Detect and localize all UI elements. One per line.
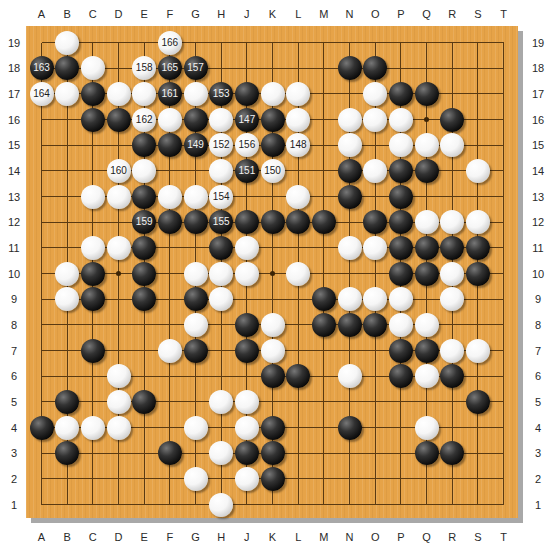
coord-label-top-R: R bbox=[441, 7, 463, 21]
coord-label-right-3: 3 bbox=[527, 446, 549, 460]
black-stone-F3[interactable] bbox=[158, 441, 182, 465]
white-stone-H9[interactable] bbox=[209, 287, 233, 311]
move-number-label: 163 bbox=[33, 63, 50, 73]
black-stone-H17[interactable]: 153 bbox=[209, 82, 233, 106]
coord-label-left-17: 17 bbox=[3, 87, 25, 101]
coord-label-right-18: 18 bbox=[527, 61, 549, 75]
black-stone-N13[interactable] bbox=[338, 185, 362, 209]
black-stone-L6[interactable] bbox=[286, 364, 310, 388]
black-stone-J3[interactable] bbox=[235, 441, 259, 465]
star-point bbox=[116, 271, 121, 276]
white-stone-A17[interactable]: 164 bbox=[30, 82, 54, 106]
coord-label-bottom-H: H bbox=[210, 530, 232, 544]
white-stone-G17[interactable] bbox=[184, 82, 208, 106]
white-stone-L13[interactable] bbox=[286, 185, 310, 209]
coord-label-right-16: 16 bbox=[527, 113, 549, 127]
coord-label-right-14: 14 bbox=[527, 164, 549, 178]
coord-label-bottom-D: D bbox=[108, 530, 130, 544]
white-stone-B9[interactable] bbox=[55, 287, 79, 311]
black-stone-K6[interactable] bbox=[261, 364, 285, 388]
white-stone-D14[interactable]: 160 bbox=[107, 159, 131, 183]
black-stone-Q11[interactable] bbox=[415, 236, 439, 260]
grid-line-vertical bbox=[503, 43, 504, 505]
white-stone-F7[interactable] bbox=[158, 339, 182, 363]
white-stone-C4[interactable] bbox=[81, 416, 105, 440]
black-stone-P11[interactable] bbox=[389, 236, 413, 260]
coord-label-top-H: H bbox=[210, 7, 232, 21]
black-stone-D16[interactable] bbox=[107, 108, 131, 132]
black-stone-R6[interactable] bbox=[440, 364, 464, 388]
grid-line-horizontal bbox=[42, 299, 504, 300]
white-stone-P8[interactable] bbox=[389, 313, 413, 337]
black-stone-J16[interactable]: 147 bbox=[235, 108, 259, 132]
grid-line-horizontal bbox=[42, 504, 504, 505]
move-number-label: 164 bbox=[33, 89, 50, 99]
coord-label-bottom-F: F bbox=[159, 530, 181, 544]
white-stone-Q8[interactable] bbox=[415, 313, 439, 337]
white-stone-S14[interactable] bbox=[466, 159, 490, 183]
coord-label-bottom-B: B bbox=[56, 530, 78, 544]
coord-label-right-13: 13 bbox=[527, 190, 549, 204]
black-stone-M12[interactable] bbox=[312, 210, 336, 234]
white-stone-E14[interactable] bbox=[132, 159, 156, 183]
black-stone-M8[interactable] bbox=[312, 313, 336, 337]
move-number-label: 150 bbox=[264, 166, 281, 176]
white-stone-H13[interactable]: 154 bbox=[209, 185, 233, 209]
black-stone-K15[interactable] bbox=[261, 133, 285, 157]
coord-label-left-4: 4 bbox=[3, 421, 25, 435]
white-stone-J10[interactable] bbox=[235, 262, 259, 286]
black-stone-B5[interactable] bbox=[55, 390, 79, 414]
coord-label-top-J: J bbox=[236, 7, 258, 21]
coord-label-left-18: 18 bbox=[3, 61, 25, 75]
coord-label-right-19: 19 bbox=[527, 36, 549, 50]
coord-label-bottom-N: N bbox=[339, 530, 361, 544]
coord-label-top-Q: Q bbox=[416, 7, 438, 21]
white-stone-N9[interactable] bbox=[338, 287, 362, 311]
black-stone-G9[interactable] bbox=[184, 287, 208, 311]
black-stone-J8[interactable] bbox=[235, 313, 259, 337]
coord-label-top-N: N bbox=[339, 7, 361, 21]
black-stone-R11[interactable] bbox=[440, 236, 464, 260]
white-stone-R10[interactable] bbox=[440, 262, 464, 286]
coord-label-right-11: 11 bbox=[527, 241, 549, 255]
coord-label-top-T: T bbox=[493, 7, 515, 21]
coord-label-left-15: 15 bbox=[3, 138, 25, 152]
move-number-label: 149 bbox=[187, 140, 204, 150]
coord-label-right-7: 7 bbox=[527, 344, 549, 358]
white-stone-D11[interactable] bbox=[107, 236, 131, 260]
coord-label-top-M: M bbox=[313, 7, 335, 21]
white-stone-J11[interactable] bbox=[235, 236, 259, 260]
coord-label-top-S: S bbox=[467, 7, 489, 21]
move-number-label: 160 bbox=[110, 166, 127, 176]
black-stone-O12[interactable] bbox=[363, 210, 387, 234]
white-stone-C18[interactable] bbox=[81, 56, 105, 80]
white-stone-F16[interactable] bbox=[158, 108, 182, 132]
black-stone-L12[interactable] bbox=[286, 210, 310, 234]
black-stone-H11[interactable] bbox=[209, 236, 233, 260]
coord-label-left-19: 19 bbox=[3, 36, 25, 50]
coord-label-left-6: 6 bbox=[3, 369, 25, 383]
black-stone-Q14[interactable] bbox=[415, 159, 439, 183]
white-stone-K17[interactable] bbox=[261, 82, 285, 106]
white-stone-P9[interactable] bbox=[389, 287, 413, 311]
white-stone-D4[interactable] bbox=[107, 416, 131, 440]
black-stone-C17[interactable] bbox=[81, 82, 105, 106]
white-stone-O9[interactable] bbox=[363, 287, 387, 311]
move-number-label: 166 bbox=[162, 38, 179, 48]
white-stone-O11[interactable] bbox=[363, 236, 387, 260]
coord-label-top-L: L bbox=[287, 7, 309, 21]
black-stone-K16[interactable] bbox=[261, 108, 285, 132]
white-stone-Q4[interactable] bbox=[415, 416, 439, 440]
white-stone-N16[interactable] bbox=[338, 108, 362, 132]
white-stone-P15[interactable] bbox=[389, 133, 413, 157]
white-stone-K8[interactable] bbox=[261, 313, 285, 337]
white-stone-E16[interactable]: 162 bbox=[132, 108, 156, 132]
coord-label-right-5: 5 bbox=[527, 395, 549, 409]
black-stone-P12[interactable] bbox=[389, 210, 413, 234]
white-stone-D17[interactable] bbox=[107, 82, 131, 106]
white-stone-G13[interactable] bbox=[184, 185, 208, 209]
black-stone-J7[interactable] bbox=[235, 339, 259, 363]
white-stone-B17[interactable] bbox=[55, 82, 79, 106]
black-stone-E12[interactable]: 159 bbox=[132, 210, 156, 234]
white-stone-R9[interactable] bbox=[440, 287, 464, 311]
black-stone-F15[interactable] bbox=[158, 133, 182, 157]
black-stone-E9[interactable] bbox=[132, 287, 156, 311]
white-stone-Q6[interactable] bbox=[415, 364, 439, 388]
white-stone-B19[interactable] bbox=[55, 31, 79, 55]
white-stone-H3[interactable] bbox=[209, 441, 233, 465]
coord-label-bottom-T: T bbox=[493, 530, 515, 544]
black-stone-E15[interactable] bbox=[132, 133, 156, 157]
coord-label-right-15: 15 bbox=[527, 138, 549, 152]
coord-label-bottom-C: C bbox=[82, 530, 104, 544]
black-stone-P13[interactable] bbox=[389, 185, 413, 209]
black-stone-B18[interactable] bbox=[55, 56, 79, 80]
coord-label-top-B: B bbox=[56, 7, 78, 21]
black-stone-C9[interactable] bbox=[81, 287, 105, 311]
coord-label-left-7: 7 bbox=[3, 344, 25, 358]
white-stone-Q12[interactable] bbox=[415, 210, 439, 234]
coord-label-bottom-R: R bbox=[441, 530, 463, 544]
white-stone-O17[interactable] bbox=[363, 82, 387, 106]
black-stone-S11[interactable] bbox=[466, 236, 490, 260]
black-stone-E5[interactable] bbox=[132, 390, 156, 414]
move-number-label: 153 bbox=[213, 89, 230, 99]
white-stone-G2[interactable] bbox=[184, 467, 208, 491]
coord-label-top-A: A bbox=[31, 7, 53, 21]
go-board[interactable]: 1661631581651571641611531621471491521561… bbox=[26, 26, 518, 518]
white-stone-J15[interactable]: 156 bbox=[235, 133, 259, 157]
move-number-label: 148 bbox=[290, 140, 307, 150]
move-number-label: 165 bbox=[162, 63, 179, 73]
white-stone-C11[interactable] bbox=[81, 236, 105, 260]
black-stone-S5[interactable] bbox=[466, 390, 490, 414]
white-stone-G4[interactable] bbox=[184, 416, 208, 440]
black-stone-G15[interactable]: 149 bbox=[184, 133, 208, 157]
black-stone-C7[interactable] bbox=[81, 339, 105, 363]
black-stone-B3[interactable] bbox=[55, 441, 79, 465]
coord-label-right-10: 10 bbox=[527, 267, 549, 281]
white-stone-Q15[interactable] bbox=[415, 133, 439, 157]
white-stone-H15[interactable]: 152 bbox=[209, 133, 233, 157]
black-stone-J14[interactable]: 151 bbox=[235, 159, 259, 183]
black-stone-N18[interactable] bbox=[338, 56, 362, 80]
white-stone-E17[interactable] bbox=[132, 82, 156, 106]
black-stone-F18[interactable]: 165 bbox=[158, 56, 182, 80]
coord-label-right-9: 9 bbox=[527, 292, 549, 306]
grid-line-vertical bbox=[323, 43, 324, 505]
coord-label-left-9: 9 bbox=[3, 292, 25, 306]
coord-label-bottom-A: A bbox=[31, 530, 53, 544]
black-stone-C10[interactable] bbox=[81, 262, 105, 286]
move-number-label: 161 bbox=[162, 89, 179, 99]
black-stone-P10[interactable] bbox=[389, 262, 413, 286]
coord-label-bottom-O: O bbox=[364, 530, 386, 544]
move-number-label: 156 bbox=[239, 140, 256, 150]
white-stone-N6[interactable] bbox=[338, 364, 362, 388]
white-stone-R15[interactable] bbox=[440, 133, 464, 157]
coord-label-left-10: 10 bbox=[3, 267, 25, 281]
move-number-label: 159 bbox=[136, 217, 153, 227]
black-stone-Q10[interactable] bbox=[415, 262, 439, 286]
white-stone-D6[interactable] bbox=[107, 364, 131, 388]
black-stone-G18[interactable]: 157 bbox=[184, 56, 208, 80]
white-stone-B4[interactable] bbox=[55, 416, 79, 440]
coord-label-bottom-G: G bbox=[185, 530, 207, 544]
white-stone-J2[interactable] bbox=[235, 467, 259, 491]
black-stone-F12[interactable] bbox=[158, 210, 182, 234]
coord-label-top-F: F bbox=[159, 7, 181, 21]
white-stone-L16[interactable] bbox=[286, 108, 310, 132]
coord-label-bottom-L: L bbox=[287, 530, 309, 544]
black-stone-P17[interactable] bbox=[389, 82, 413, 106]
coord-label-top-D: D bbox=[108, 7, 130, 21]
coord-label-bottom-K: K bbox=[262, 530, 284, 544]
black-stone-G16[interactable] bbox=[184, 108, 208, 132]
coord-label-top-E: E bbox=[133, 7, 155, 21]
black-stone-K2[interactable] bbox=[261, 467, 285, 491]
black-stone-N4[interactable] bbox=[338, 416, 362, 440]
black-stone-G7[interactable] bbox=[184, 339, 208, 363]
move-number-label: 154 bbox=[213, 192, 230, 202]
black-stone-O8[interactable] bbox=[363, 313, 387, 337]
coord-label-left-1: 1 bbox=[3, 498, 25, 512]
black-stone-R16[interactable] bbox=[440, 108, 464, 132]
white-stone-F19[interactable]: 166 bbox=[158, 31, 182, 55]
white-stone-G10[interactable] bbox=[184, 262, 208, 286]
black-stone-P6[interactable] bbox=[389, 364, 413, 388]
move-number-label: 155 bbox=[213, 217, 230, 227]
coord-label-left-2: 2 bbox=[3, 472, 25, 486]
black-stone-P7[interactable] bbox=[389, 339, 413, 363]
coord-label-right-12: 12 bbox=[527, 215, 549, 229]
coord-label-right-1: 1 bbox=[527, 498, 549, 512]
go-game-screenshot: 1661631581651571641611531621471491521561… bbox=[0, 0, 550, 550]
white-stone-K7[interactable] bbox=[261, 339, 285, 363]
white-stone-F13[interactable] bbox=[158, 185, 182, 209]
star-point bbox=[424, 117, 429, 122]
coord-label-left-12: 12 bbox=[3, 215, 25, 229]
white-stone-N15[interactable] bbox=[338, 133, 362, 157]
black-stone-Q7[interactable] bbox=[415, 339, 439, 363]
white-stone-L15[interactable]: 148 bbox=[286, 133, 310, 157]
coord-label-right-8: 8 bbox=[527, 318, 549, 332]
black-stone-A4[interactable] bbox=[30, 416, 54, 440]
coord-label-top-O: O bbox=[364, 7, 386, 21]
black-stone-K12[interactable] bbox=[261, 210, 285, 234]
black-stone-F17[interactable]: 161 bbox=[158, 82, 182, 106]
coord-label-bottom-M: M bbox=[313, 530, 335, 544]
white-stone-S7[interactable] bbox=[466, 339, 490, 363]
coord-label-bottom-S: S bbox=[467, 530, 489, 544]
black-stone-S10[interactable] bbox=[466, 262, 490, 286]
white-stone-H16[interactable] bbox=[209, 108, 233, 132]
coord-label-left-16: 16 bbox=[3, 113, 25, 127]
white-stone-D5[interactable] bbox=[107, 390, 131, 414]
coord-label-right-4: 4 bbox=[527, 421, 549, 435]
black-stone-N8[interactable] bbox=[338, 313, 362, 337]
white-stone-L17[interactable] bbox=[286, 82, 310, 106]
white-stone-N11[interactable] bbox=[338, 236, 362, 260]
white-stone-J5[interactable] bbox=[235, 390, 259, 414]
move-number-label: 152 bbox=[213, 140, 230, 150]
black-stone-Q3[interactable] bbox=[415, 441, 439, 465]
black-stone-M9[interactable] bbox=[312, 287, 336, 311]
white-stone-K14[interactable]: 150 bbox=[261, 159, 285, 183]
white-stone-D13[interactable] bbox=[107, 185, 131, 209]
white-stone-L10[interactable] bbox=[286, 262, 310, 286]
black-stone-P14[interactable] bbox=[389, 159, 413, 183]
white-stone-H5[interactable] bbox=[209, 390, 233, 414]
black-stone-A18[interactable]: 163 bbox=[30, 56, 54, 80]
move-number-label: 162 bbox=[136, 115, 153, 125]
coord-label-top-P: P bbox=[390, 7, 412, 21]
black-stone-R3[interactable] bbox=[440, 441, 464, 465]
black-stone-E11[interactable] bbox=[132, 236, 156, 260]
white-stone-C13[interactable] bbox=[81, 185, 105, 209]
black-stone-H12[interactable]: 155 bbox=[209, 210, 233, 234]
black-stone-O18[interactable] bbox=[363, 56, 387, 80]
black-stone-G12[interactable] bbox=[184, 210, 208, 234]
coord-label-bottom-P: P bbox=[390, 530, 412, 544]
white-stone-H14[interactable] bbox=[209, 159, 233, 183]
coord-label-left-3: 3 bbox=[3, 446, 25, 460]
coord-label-left-8: 8 bbox=[3, 318, 25, 332]
coord-label-left-13: 13 bbox=[3, 190, 25, 204]
coord-label-left-14: 14 bbox=[3, 164, 25, 178]
coord-label-top-G: G bbox=[185, 7, 207, 21]
coord-label-left-11: 11 bbox=[3, 241, 25, 255]
white-stone-E18[interactable]: 158 bbox=[132, 56, 156, 80]
white-stone-H1[interactable] bbox=[209, 493, 233, 517]
white-stone-R7[interactable] bbox=[440, 339, 464, 363]
coord-label-left-5: 5 bbox=[3, 395, 25, 409]
coord-label-right-2: 2 bbox=[527, 472, 549, 486]
coord-label-right-6: 6 bbox=[527, 369, 549, 383]
move-number-label: 151 bbox=[239, 166, 256, 176]
black-stone-K3[interactable] bbox=[261, 441, 285, 465]
white-stone-B10[interactable] bbox=[55, 262, 79, 286]
black-stone-E13[interactable] bbox=[132, 185, 156, 209]
white-stone-O16[interactable] bbox=[363, 108, 387, 132]
move-number-label: 157 bbox=[187, 63, 204, 73]
white-stone-H10[interactable] bbox=[209, 262, 233, 286]
white-stone-R12[interactable] bbox=[440, 210, 464, 234]
white-stone-O14[interactable] bbox=[363, 159, 387, 183]
coord-label-bottom-Q: Q bbox=[416, 530, 438, 544]
white-stone-J4[interactable] bbox=[235, 416, 259, 440]
move-number-label: 158 bbox=[136, 63, 153, 73]
white-stone-S12[interactable] bbox=[466, 210, 490, 234]
star-point bbox=[270, 271, 275, 276]
coord-label-bottom-J: J bbox=[236, 530, 258, 544]
coord-label-bottom-E: E bbox=[133, 530, 155, 544]
black-stone-Q17[interactable] bbox=[415, 82, 439, 106]
white-stone-G8[interactable] bbox=[184, 313, 208, 337]
coord-label-top-K: K bbox=[262, 7, 284, 21]
coord-label-top-C: C bbox=[82, 7, 104, 21]
move-number-label: 147 bbox=[239, 115, 256, 125]
white-stone-P16[interactable] bbox=[389, 108, 413, 132]
black-stone-C16[interactable] bbox=[81, 108, 105, 132]
coord-label-right-17: 17 bbox=[527, 87, 549, 101]
black-stone-E10[interactable] bbox=[132, 262, 156, 286]
black-stone-J12[interactable] bbox=[235, 210, 259, 234]
black-stone-N14[interactable] bbox=[338, 159, 362, 183]
black-stone-J17[interactable] bbox=[235, 82, 259, 106]
black-stone-K4[interactable] bbox=[261, 416, 285, 440]
